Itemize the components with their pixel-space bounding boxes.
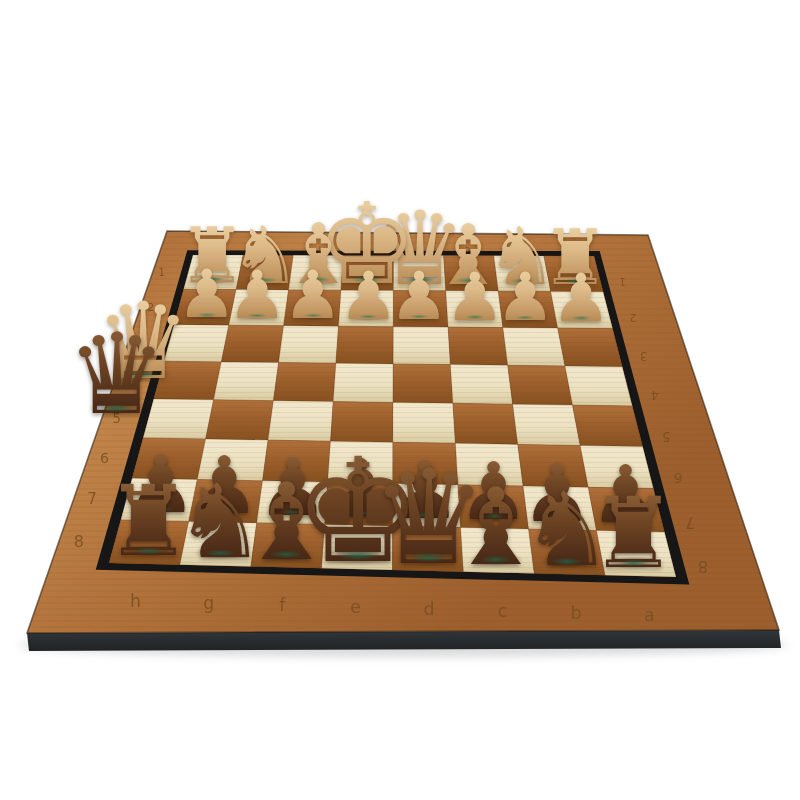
off-board-black-queen[interactable]: ♛ <box>61 282 173 411</box>
felt-base <box>477 555 515 564</box>
piece-white-pawn-c2[interactable]: ♟ <box>442 243 508 319</box>
white-pawn-glyph: ♟ <box>283 262 343 328</box>
pieces-layer: ♜♞♝♛♚♝♞♜♟♟♟♟♟♟♟♟♟♟♟♟♟♟♟♟♜♞♝♛♚♝♞♜♛♛ <box>0 0 800 800</box>
chess-set-photo: hhggffeeddccbbaa1122334455667788 ♜♞♝♛♚♝♞… <box>0 0 800 800</box>
black-queen-glyph: ♛ <box>67 318 167 430</box>
felt-base <box>549 557 586 565</box>
piece-white-pawn-f2[interactable]: ♟ <box>280 241 346 317</box>
piece-black-rook-a8[interactable]: ♜ <box>585 453 683 565</box>
felt-base <box>97 404 137 413</box>
black-rook-glyph: ♜ <box>590 485 678 583</box>
white-pawn-glyph: ♟ <box>551 265 611 331</box>
white-pawn-glyph: ♟ <box>445 264 505 330</box>
piece-white-pawn-a2[interactable]: ♟ <box>548 243 614 319</box>
white-pawn-glyph: ♟ <box>339 263 399 329</box>
felt-base <box>616 559 651 567</box>
felt-base <box>131 547 166 555</box>
